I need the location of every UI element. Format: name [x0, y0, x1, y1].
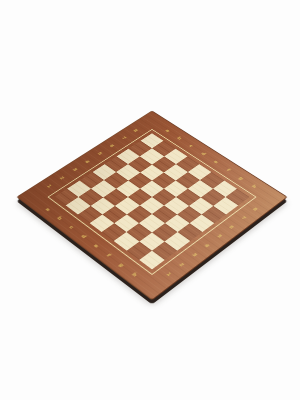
chess-board: abcdefgh abcdefgh 87654321 87654321	[16, 110, 288, 300]
product-photo-background: abcdefgh abcdefgh 87654321 87654321	[0, 0, 300, 400]
lighting-sheen	[18, 111, 287, 299]
